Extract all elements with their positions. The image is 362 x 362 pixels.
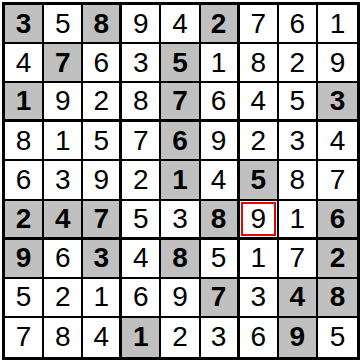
cell-r7c7[interactable]: 1 — [240, 240, 279, 279]
cell-r4c8[interactable]: 3 — [279, 122, 318, 161]
cell-r5c3[interactable]: 9 — [83, 161, 122, 200]
cell-r3c5[interactable]: 7 — [161, 83, 200, 122]
cell-r5c7[interactable]: 5 — [240, 161, 279, 200]
cell-r6c2[interactable]: 4 — [44, 201, 83, 240]
cell-r9c9[interactable]: 5 — [318, 318, 357, 357]
cell-r5c6[interactable]: 4 — [201, 161, 240, 200]
cell-r4c6[interactable]: 9 — [201, 122, 240, 161]
sudoku-board: 3589427614763518291928764538157692346392… — [2, 2, 360, 360]
cell-r9c4[interactable]: 1 — [122, 318, 161, 357]
cell-r1c7[interactable]: 7 — [240, 5, 279, 44]
cell-r6c7-selected[interactable]: 9 — [240, 201, 279, 240]
cell-r7c1[interactable]: 9 — [5, 240, 44, 279]
cell-r2c8[interactable]: 2 — [279, 44, 318, 83]
cell-r2c3[interactable]: 6 — [83, 44, 122, 83]
cell-r4c3[interactable]: 5 — [83, 122, 122, 161]
cell-r7c9[interactable]: 2 — [318, 240, 357, 279]
cell-r7c6[interactable]: 5 — [201, 240, 240, 279]
cell-r6c3[interactable]: 7 — [83, 201, 122, 240]
cell-r8c2[interactable]: 2 — [44, 279, 83, 318]
cell-r3c9[interactable]: 3 — [318, 83, 357, 122]
cell-r8c3[interactable]: 1 — [83, 279, 122, 318]
cell-r3c1[interactable]: 1 — [5, 83, 44, 122]
cell-r1c5[interactable]: 4 — [161, 5, 200, 44]
cell-r2c9[interactable]: 9 — [318, 44, 357, 83]
cell-r1c8[interactable]: 6 — [279, 5, 318, 44]
cell-r1c3[interactable]: 8 — [83, 5, 122, 44]
cell-r6c9[interactable]: 6 — [318, 201, 357, 240]
cell-r1c2[interactable]: 5 — [44, 5, 83, 44]
cell-r9c5[interactable]: 2 — [161, 318, 200, 357]
cell-r5c8[interactable]: 8 — [279, 161, 318, 200]
cell-r9c2[interactable]: 8 — [44, 318, 83, 357]
cell-r2c7[interactable]: 8 — [240, 44, 279, 83]
cell-r8c1[interactable]: 5 — [5, 279, 44, 318]
cell-r8c4[interactable]: 6 — [122, 279, 161, 318]
cell-r3c6[interactable]: 6 — [201, 83, 240, 122]
cell-r4c2[interactable]: 1 — [44, 122, 83, 161]
cell-r7c5[interactable]: 8 — [161, 240, 200, 279]
cell-r6c5[interactable]: 3 — [161, 201, 200, 240]
cell-r5c9[interactable]: 7 — [318, 161, 357, 200]
cell-r6c1[interactable]: 2 — [5, 201, 44, 240]
cell-r4c1[interactable]: 8 — [5, 122, 44, 161]
cell-r9c7[interactable]: 6 — [240, 318, 279, 357]
cell-r9c1[interactable]: 7 — [5, 318, 44, 357]
cell-r2c4[interactable]: 3 — [122, 44, 161, 83]
cell-r4c9[interactable]: 4 — [318, 122, 357, 161]
cell-r3c4[interactable]: 8 — [122, 83, 161, 122]
cell-r2c1[interactable]: 4 — [5, 44, 44, 83]
cell-r5c4[interactable]: 2 — [122, 161, 161, 200]
cell-r2c2[interactable]: 7 — [44, 44, 83, 83]
cell-r8c9[interactable]: 8 — [318, 279, 357, 318]
cell-r5c5[interactable]: 1 — [161, 161, 200, 200]
cell-r2c6[interactable]: 1 — [201, 44, 240, 83]
cell-r7c4[interactable]: 4 — [122, 240, 161, 279]
cell-r3c3[interactable]: 2 — [83, 83, 122, 122]
cell-r1c1[interactable]: 3 — [5, 5, 44, 44]
cell-r4c7[interactable]: 2 — [240, 122, 279, 161]
cell-r1c9[interactable]: 1 — [318, 5, 357, 44]
cell-r9c6[interactable]: 3 — [201, 318, 240, 357]
cell-r7c3[interactable]: 3 — [83, 240, 122, 279]
sudoku-page: 3589427614763518291928764538157692346392… — [0, 0, 362, 362]
cell-r7c8[interactable]: 7 — [279, 240, 318, 279]
cell-r8c6[interactable]: 7 — [201, 279, 240, 318]
cell-r1c6[interactable]: 2 — [201, 5, 240, 44]
cell-r5c2[interactable]: 3 — [44, 161, 83, 200]
cell-r3c7[interactable]: 4 — [240, 83, 279, 122]
cell-r6c8[interactable]: 1 — [279, 201, 318, 240]
cell-r4c5[interactable]: 6 — [161, 122, 200, 161]
cell-r6c6[interactable]: 8 — [201, 201, 240, 240]
cell-r9c3[interactable]: 4 — [83, 318, 122, 357]
cell-r9c8[interactable]: 9 — [279, 318, 318, 357]
cell-r5c1[interactable]: 6 — [5, 161, 44, 200]
cell-r3c8[interactable]: 5 — [279, 83, 318, 122]
cell-r2c5[interactable]: 5 — [161, 44, 200, 83]
cell-r3c2[interactable]: 9 — [44, 83, 83, 122]
cell-r8c5[interactable]: 9 — [161, 279, 200, 318]
cell-r8c7[interactable]: 3 — [240, 279, 279, 318]
cell-r4c4[interactable]: 7 — [122, 122, 161, 161]
cell-r1c4[interactable]: 9 — [122, 5, 161, 44]
cell-r6c4[interactable]: 5 — [122, 201, 161, 240]
cell-r8c8[interactable]: 4 — [279, 279, 318, 318]
cell-r7c2[interactable]: 6 — [44, 240, 83, 279]
